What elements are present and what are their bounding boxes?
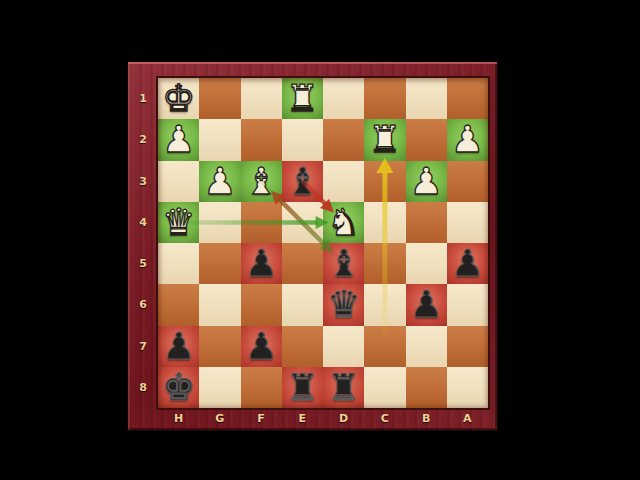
square-c4[interactable] <box>364 202 405 243</box>
square-c7[interactable] <box>364 326 405 367</box>
black-bishop[interactable]: ♝ <box>327 243 360 284</box>
rank-label: 1 <box>128 78 158 119</box>
black-pawn[interactable]: ♟ <box>245 243 278 284</box>
square-d1[interactable] <box>323 78 364 119</box>
video-still: { "game": "chess", "position": { "fen": … <box>0 0 640 480</box>
white-rook[interactable]: ♜ <box>286 78 319 119</box>
white-knight[interactable]: ♞ <box>327 202 360 243</box>
rank-label: 3 <box>128 161 158 202</box>
black-bishop[interactable]: ♝ <box>286 161 319 202</box>
square-e7[interactable] <box>282 326 323 367</box>
square-f3[interactable]: ♝ <box>241 161 282 202</box>
square-c1[interactable] <box>364 78 405 119</box>
square-g2[interactable] <box>199 119 240 160</box>
square-b7[interactable] <box>406 326 447 367</box>
square-d2[interactable] <box>323 119 364 160</box>
rank-label: 6 <box>128 284 158 325</box>
square-e1[interactable]: ♜ <box>282 78 323 119</box>
square-h8[interactable]: ♚ <box>158 367 199 408</box>
square-a3[interactable] <box>447 161 488 202</box>
white-pawn[interactable]: ♟ <box>162 119 195 160</box>
white-pawn[interactable]: ♟ <box>451 119 484 160</box>
square-e4[interactable] <box>282 202 323 243</box>
square-f6[interactable] <box>241 284 282 325</box>
black-pawn[interactable]: ♟ <box>245 326 278 367</box>
square-h3[interactable] <box>158 161 199 202</box>
rank-label: 8 <box>128 367 158 408</box>
square-f7[interactable]: ♟ <box>241 326 282 367</box>
chess-board-frame: 1 2 3 4 5 6 7 8 ♚♜♟♜♟♟♝♝♟♛♞♟♝♟♛♟♟♟♚♜♜ H … <box>128 62 497 430</box>
square-g6[interactable] <box>199 284 240 325</box>
square-g3[interactable]: ♟ <box>199 161 240 202</box>
square-b8[interactable] <box>406 367 447 408</box>
rank-label: 7 <box>128 326 158 367</box>
square-a5[interactable]: ♟ <box>447 243 488 284</box>
square-b5[interactable] <box>406 243 447 284</box>
square-b3[interactable]: ♟ <box>406 161 447 202</box>
black-pawn[interactable]: ♟ <box>451 243 484 284</box>
square-d4[interactable]: ♞ <box>323 202 364 243</box>
file-label: D <box>323 408 364 428</box>
chess-board[interactable]: ♚♜♟♜♟♟♝♝♟♛♞♟♝♟♛♟♟♟♚♜♜ <box>158 78 488 408</box>
square-b6[interactable]: ♟ <box>406 284 447 325</box>
square-d7[interactable] <box>323 326 364 367</box>
square-b1[interactable] <box>406 78 447 119</box>
white-king[interactable]: ♚ <box>162 78 195 119</box>
square-a1[interactable] <box>447 78 488 119</box>
square-h7[interactable]: ♟ <box>158 326 199 367</box>
square-g5[interactable] <box>199 243 240 284</box>
rank-labels: 1 2 3 4 5 6 7 8 <box>128 78 158 408</box>
file-label: C <box>364 408 405 428</box>
white-pawn[interactable]: ♟ <box>410 161 443 202</box>
black-pawn[interactable]: ♟ <box>410 284 443 325</box>
square-e8[interactable]: ♜ <box>282 367 323 408</box>
square-h5[interactable] <box>158 243 199 284</box>
square-h2[interactable]: ♟ <box>158 119 199 160</box>
square-g1[interactable] <box>199 78 240 119</box>
square-f4[interactable] <box>241 202 282 243</box>
file-labels: H G F E D C B A <box>158 408 488 428</box>
square-a6[interactable] <box>447 284 488 325</box>
square-d3[interactable] <box>323 161 364 202</box>
square-b2[interactable] <box>406 119 447 160</box>
square-a8[interactable] <box>447 367 488 408</box>
square-b4[interactable] <box>406 202 447 243</box>
square-h4[interactable]: ♛ <box>158 202 199 243</box>
file-label: G <box>199 408 240 428</box>
rank-label: 2 <box>128 119 158 160</box>
black-king[interactable]: ♚ <box>162 367 195 408</box>
square-a4[interactable] <box>447 202 488 243</box>
square-a2[interactable]: ♟ <box>447 119 488 160</box>
square-g4[interactable] <box>199 202 240 243</box>
square-c2[interactable]: ♜ <box>364 119 405 160</box>
square-c5[interactable] <box>364 243 405 284</box>
square-e3[interactable]: ♝ <box>282 161 323 202</box>
square-d6[interactable]: ♛ <box>323 284 364 325</box>
square-f1[interactable] <box>241 78 282 119</box>
square-c8[interactable] <box>364 367 405 408</box>
square-g7[interactable] <box>199 326 240 367</box>
square-c3[interactable] <box>364 161 405 202</box>
square-e2[interactable] <box>282 119 323 160</box>
square-d8[interactable]: ♜ <box>323 367 364 408</box>
file-label: H <box>158 408 199 428</box>
file-label: B <box>406 408 447 428</box>
white-pawn[interactable]: ♟ <box>203 161 236 202</box>
square-f8[interactable] <box>241 367 282 408</box>
file-label: F <box>241 408 282 428</box>
black-rook[interactable]: ♜ <box>327 367 360 408</box>
file-label: E <box>282 408 323 428</box>
square-d5[interactable]: ♝ <box>323 243 364 284</box>
square-c6[interactable] <box>364 284 405 325</box>
square-e5[interactable] <box>282 243 323 284</box>
square-h6[interactable] <box>158 284 199 325</box>
black-pawn[interactable]: ♟ <box>162 326 195 367</box>
white-rook[interactable]: ♜ <box>368 119 401 160</box>
square-e6[interactable] <box>282 284 323 325</box>
rank-label: 5 <box>128 243 158 284</box>
square-a7[interactable] <box>447 326 488 367</box>
square-h1[interactable]: ♚ <box>158 78 199 119</box>
square-f5[interactable]: ♟ <box>241 243 282 284</box>
white-queen[interactable]: ♛ <box>162 202 195 243</box>
white-bishop[interactable]: ♝ <box>245 161 278 202</box>
rank-label: 4 <box>128 202 158 243</box>
file-label: A <box>447 408 488 428</box>
black-rook[interactable]: ♜ <box>286 367 319 408</box>
square-g8[interactable] <box>199 367 240 408</box>
square-f2[interactable] <box>241 119 282 160</box>
black-queen[interactable]: ♛ <box>327 284 360 325</box>
